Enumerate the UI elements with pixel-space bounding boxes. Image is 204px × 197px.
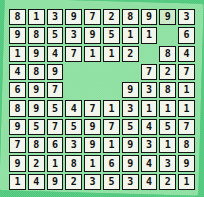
board-cell[interactable]: 9	[9, 119, 26, 135]
board-cell[interactable]: 1	[103, 100, 120, 116]
board-cell[interactable]: 8	[65, 155, 82, 171]
board-cell[interactable]: 4	[178, 46, 195, 62]
board-cell[interactable]: 2	[159, 174, 176, 190]
board-cell[interactable]: 8	[159, 46, 176, 62]
board-cell[interactable]: 1	[178, 100, 195, 116]
board-cell[interactable]: 4	[28, 174, 45, 190]
board-cell[interactable]: 5	[47, 100, 64, 116]
board-cell[interactable]: 3	[178, 9, 195, 25]
board-cell[interactable]: 9	[28, 82, 45, 98]
board-cell[interactable]: 9	[122, 155, 139, 171]
board-cell[interactable]: 1	[141, 27, 158, 43]
board-cell[interactable]: 8	[28, 137, 45, 153]
board-cell[interactable]: 1	[47, 155, 64, 171]
board-cell[interactable]: 2	[122, 46, 139, 62]
board-cell[interactable]: 7	[178, 119, 195, 135]
board-cell[interactable]: 8	[122, 9, 139, 25]
board-cell[interactable]: 1	[159, 137, 176, 153]
board-cell[interactable]: 3	[47, 9, 64, 25]
board-cell[interactable]: 9	[141, 9, 158, 25]
board-cell[interactable]: 9	[28, 100, 45, 116]
board-cell[interactable]: 2	[103, 9, 120, 25]
board-cell-empty	[84, 64, 101, 80]
board-cell[interactable]: 5	[103, 27, 120, 43]
board-cell-empty	[103, 82, 120, 98]
game-board: 8139728993985395116194711284489727697938…	[9, 9, 195, 190]
board-cell[interactable]: 5	[103, 174, 120, 190]
board-cell[interactable]: 1	[159, 100, 176, 116]
board-cell[interactable]: 2	[28, 155, 45, 171]
board-cell[interactable]: 5	[28, 119, 45, 135]
board-cell[interactable]: 7	[141, 64, 158, 80]
board-cell[interactable]: 8	[28, 27, 45, 43]
board-cell[interactable]: 3	[122, 174, 139, 190]
board-cell[interactable]: 1	[84, 46, 101, 62]
board-cell[interactable]: 8	[159, 82, 176, 98]
board-cell[interactable]: 9	[9, 27, 26, 43]
board-cell-empty	[122, 64, 139, 80]
board-cell[interactable]: 7	[84, 9, 101, 25]
board-cell[interactable]: 1	[122, 27, 139, 43]
board-cell-selected[interactable]: 9	[159, 9, 176, 25]
board-cell-empty	[141, 46, 158, 62]
board-cell[interactable]: 9	[28, 46, 45, 62]
board-cell[interactable]: 1	[84, 155, 101, 171]
board-cell[interactable]: 7	[65, 46, 82, 62]
board-cell[interactable]: 3	[159, 155, 176, 171]
board-cell[interactable]: 1	[178, 82, 195, 98]
board-cell[interactable]: 8	[9, 100, 26, 116]
board-cell[interactable]: 3	[65, 137, 82, 153]
board-cell[interactable]: 1	[178, 174, 195, 190]
board-cell[interactable]: 7	[84, 100, 101, 116]
board-cell[interactable]: 7	[178, 64, 195, 80]
board-cell[interactable]: 7	[47, 82, 64, 98]
board-cell[interactable]: 3	[141, 82, 158, 98]
board-cell[interactable]: 7	[103, 119, 120, 135]
board-cell[interactable]: 1	[141, 100, 158, 116]
board-cell[interactable]: 1	[103, 46, 120, 62]
board-cell[interactable]: 9	[65, 9, 82, 25]
board-cell[interactable]: 8	[28, 64, 45, 80]
board-cell[interactable]: 4	[141, 119, 158, 135]
board-cell-empty	[103, 64, 120, 80]
board-cell[interactable]: 9	[9, 155, 26, 171]
board-cell[interactable]: 8	[178, 137, 195, 153]
board-cell[interactable]: 4	[65, 100, 82, 116]
board-cell[interactable]: 5	[47, 27, 64, 43]
board-cell-empty	[159, 27, 176, 43]
board-cell[interactable]: 5	[122, 119, 139, 135]
board-cell[interactable]: 9	[84, 137, 101, 153]
board-cell[interactable]: 2	[65, 174, 82, 190]
board-cell[interactable]: 6	[9, 82, 26, 98]
board-cell[interactable]: 5	[65, 119, 82, 135]
board-cell[interactable]: 7	[9, 137, 26, 153]
board-cell[interactable]: 9	[84, 119, 101, 135]
board-cell[interactable]: 4	[9, 64, 26, 80]
board-cell[interactable]: 9	[178, 155, 195, 171]
board-cell-empty	[65, 64, 82, 80]
board-cell[interactable]: 2	[159, 64, 176, 80]
board-cell[interactable]: 3	[122, 100, 139, 116]
board-cell[interactable]: 1	[103, 137, 120, 153]
board-cell[interactable]: 9	[122, 82, 139, 98]
board-cell[interactable]: 9	[47, 64, 64, 80]
board-cell[interactable]: 6	[103, 155, 120, 171]
game-frame: 8139728993985395116194711284489727697938…	[0, 0, 204, 197]
board-cell[interactable]: 9	[47, 174, 64, 190]
board-cell[interactable]: 6	[178, 27, 195, 43]
board-cell[interactable]: 1	[9, 46, 26, 62]
board-cell[interactable]: 8	[9, 9, 26, 25]
board-cell[interactable]: 9	[84, 27, 101, 43]
board-cell[interactable]: 4	[141, 155, 158, 171]
board-cell-empty	[84, 82, 101, 98]
board-cell[interactable]: 7	[47, 119, 64, 135]
board-cell[interactable]: 9	[122, 137, 139, 153]
board-cell[interactable]: 1	[9, 174, 26, 190]
board-cell[interactable]: 3	[65, 27, 82, 43]
board-cell[interactable]: 1	[28, 9, 45, 25]
board-cell[interactable]: 3	[141, 137, 158, 153]
board-cell[interactable]: 6	[47, 137, 64, 153]
board-cell[interactable]: 3	[84, 174, 101, 190]
board-cell[interactable]: 5	[159, 119, 176, 135]
board-cell[interactable]: 4	[141, 174, 158, 190]
board-cell[interactable]: 4	[47, 46, 64, 62]
board-cell-empty	[65, 82, 82, 98]
